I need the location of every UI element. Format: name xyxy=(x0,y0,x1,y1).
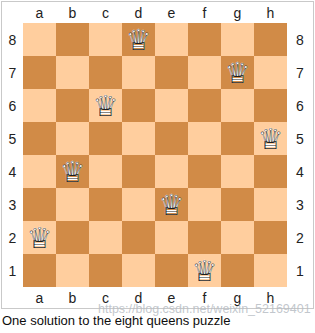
square-b5 xyxy=(56,122,89,155)
page: abcdefgh8♛♕87♛♕76♛♕65♛♕54♛♕43♛♕32♛♕21♛♕1… xyxy=(0,0,315,333)
rank-label-1-right: 1 xyxy=(287,254,313,287)
watermark-text: https://blog.csdn.net/weixin_52169401 xyxy=(98,302,311,316)
corner-bottom-left xyxy=(2,287,23,308)
square-d6 xyxy=(122,89,155,122)
rank-label-6-left: 6 xyxy=(2,89,23,122)
square-f2 xyxy=(188,221,221,254)
rank-label-8-left: 8 xyxy=(2,23,23,56)
piece-white-queen-c6: ♛♕ xyxy=(89,89,122,122)
piece-white-queen-a2: ♛♕ xyxy=(23,221,56,254)
square-c5 xyxy=(89,122,122,155)
file-label-d-top: d xyxy=(122,2,155,23)
rank-label-5-left: 5 xyxy=(2,122,23,155)
corner-top-right xyxy=(287,2,313,23)
rank-label-2-right: 2 xyxy=(287,221,313,254)
chessboard-diagram: abcdefgh8♛♕87♛♕76♛♕65♛♕54♛♕43♛♕32♛♕21♛♕1… xyxy=(1,1,314,309)
square-e6 xyxy=(155,89,188,122)
square-h1 xyxy=(254,254,287,287)
piece-white-queen-h5: ♛♕ xyxy=(254,122,287,155)
square-h8 xyxy=(254,23,287,56)
square-g3 xyxy=(221,188,254,221)
square-e1 xyxy=(155,254,188,287)
white-queen-glyph-outline: ♕ xyxy=(122,23,155,56)
chessboard: abcdefgh8♛♕87♛♕76♛♕65♛♕54♛♕43♛♕32♛♕21♛♕1… xyxy=(2,2,313,308)
rank-label-3-right: 3 xyxy=(287,188,313,221)
rank-label-5-right: 5 xyxy=(287,122,313,155)
rank-label-3-left: 3 xyxy=(2,188,23,221)
corner-top-left xyxy=(2,2,23,23)
square-g6 xyxy=(221,89,254,122)
rank-label-7-left: 7 xyxy=(2,56,23,89)
file-label-b-top: b xyxy=(56,2,89,23)
file-label-a-bottom: a xyxy=(23,287,56,308)
file-label-a-top: a xyxy=(23,2,56,23)
square-g7: ♛♕ xyxy=(221,56,254,89)
square-b4: ♛♕ xyxy=(56,155,89,188)
square-h7 xyxy=(254,56,287,89)
square-d5 xyxy=(122,122,155,155)
square-h2 xyxy=(254,221,287,254)
white-queen-glyph-outline: ♕ xyxy=(56,155,89,188)
square-e7 xyxy=(155,56,188,89)
piece-white-queen-g7: ♛♕ xyxy=(221,56,254,89)
rank-label-7-right: 7 xyxy=(287,56,313,89)
square-b6 xyxy=(56,89,89,122)
file-label-f-top: f xyxy=(188,2,221,23)
square-b8 xyxy=(56,23,89,56)
piece-white-queen-d8: ♛♕ xyxy=(122,23,155,56)
square-h4 xyxy=(254,155,287,188)
square-c7 xyxy=(89,56,122,89)
square-g2 xyxy=(221,221,254,254)
white-queen-glyph-outline: ♕ xyxy=(23,221,56,254)
square-b7 xyxy=(56,56,89,89)
square-c2 xyxy=(89,221,122,254)
square-f5 xyxy=(188,122,221,155)
file-label-c-top: c xyxy=(89,2,122,23)
square-a8 xyxy=(23,23,56,56)
square-g5 xyxy=(221,122,254,155)
white-queen-glyph-outline: ♕ xyxy=(221,56,254,89)
square-a2: ♛♕ xyxy=(23,221,56,254)
white-queen-glyph-outline: ♕ xyxy=(89,89,122,122)
square-b3 xyxy=(56,188,89,221)
square-d7 xyxy=(122,56,155,89)
square-d4 xyxy=(122,155,155,188)
file-label-e-top: e xyxy=(155,2,188,23)
square-h5: ♛♕ xyxy=(254,122,287,155)
square-d3 xyxy=(122,188,155,221)
square-g4 xyxy=(221,155,254,188)
square-a6 xyxy=(23,89,56,122)
square-f7 xyxy=(188,56,221,89)
square-e2 xyxy=(155,221,188,254)
square-c1 xyxy=(89,254,122,287)
square-f4 xyxy=(188,155,221,188)
square-f8 xyxy=(188,23,221,56)
square-g8 xyxy=(221,23,254,56)
square-f1: ♛♕ xyxy=(188,254,221,287)
file-label-h-top: h xyxy=(254,2,287,23)
square-c4 xyxy=(89,155,122,188)
file-label-b-bottom: b xyxy=(56,287,89,308)
square-g1 xyxy=(221,254,254,287)
square-b2 xyxy=(56,221,89,254)
white-queen-glyph-outline: ♕ xyxy=(188,254,221,287)
rank-label-2-left: 2 xyxy=(2,221,23,254)
square-e5 xyxy=(155,122,188,155)
square-a7 xyxy=(23,56,56,89)
rank-label-1-left: 1 xyxy=(2,254,23,287)
white-queen-glyph-outline: ♕ xyxy=(254,122,287,155)
square-h3 xyxy=(254,188,287,221)
piece-white-queen-b4: ♛♕ xyxy=(56,155,89,188)
square-d1 xyxy=(122,254,155,287)
square-e8 xyxy=(155,23,188,56)
square-c3 xyxy=(89,188,122,221)
rank-label-4-right: 4 xyxy=(287,155,313,188)
square-a4 xyxy=(23,155,56,188)
square-e3: ♛♕ xyxy=(155,188,188,221)
white-queen-glyph-outline: ♕ xyxy=(155,188,188,221)
square-b1 xyxy=(56,254,89,287)
piece-white-queen-e3: ♛♕ xyxy=(155,188,188,221)
rank-label-6-right: 6 xyxy=(287,89,313,122)
square-c8 xyxy=(89,23,122,56)
square-c6: ♛♕ xyxy=(89,89,122,122)
square-a3 xyxy=(23,188,56,221)
square-d2 xyxy=(122,221,155,254)
piece-white-queen-f1: ♛♕ xyxy=(188,254,221,287)
square-f6 xyxy=(188,89,221,122)
square-d8: ♛♕ xyxy=(122,23,155,56)
square-h6 xyxy=(254,89,287,122)
file-label-g-top: g xyxy=(221,2,254,23)
rank-label-8-right: 8 xyxy=(287,23,313,56)
square-a1 xyxy=(23,254,56,287)
rank-label-4-left: 4 xyxy=(2,155,23,188)
square-e4 xyxy=(155,155,188,188)
square-f3 xyxy=(188,188,221,221)
square-a5 xyxy=(23,122,56,155)
